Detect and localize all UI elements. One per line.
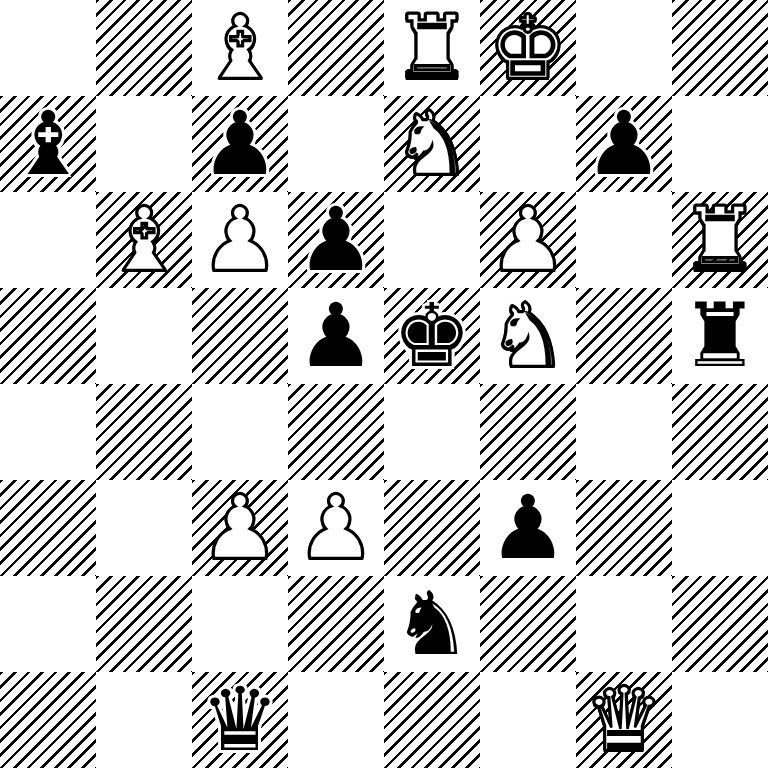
square-a4[interactable]	[0, 384, 96, 480]
square-g5[interactable]	[576, 288, 672, 384]
square-h8[interactable]	[672, 0, 768, 96]
square-a2[interactable]	[0, 576, 96, 672]
square-a7[interactable]: ♝	[0, 96, 96, 192]
white-knight-icon[interactable]: ♞	[393, 96, 472, 192]
square-d3[interactable]: ♟	[288, 480, 384, 576]
black-pawn-icon[interactable]: ♟	[585, 96, 664, 192]
square-e2[interactable]: ♞	[384, 576, 480, 672]
square-f2[interactable]	[480, 576, 576, 672]
square-e6[interactable]	[384, 192, 480, 288]
black-bishop-icon[interactable]: ♝	[9, 96, 88, 192]
square-e8[interactable]: ♜	[384, 0, 480, 96]
square-h5[interactable]: ♜	[672, 288, 768, 384]
square-f7[interactable]	[480, 96, 576, 192]
square-c8[interactable]: ♝	[192, 0, 288, 96]
square-h3[interactable]	[672, 480, 768, 576]
square-h2[interactable]	[672, 576, 768, 672]
black-pawn-icon[interactable]: ♟	[201, 96, 280, 192]
square-b6[interactable]: ♝	[96, 192, 192, 288]
square-d7[interactable]	[288, 96, 384, 192]
white-bishop-icon[interactable]: ♝	[201, 0, 280, 96]
square-g8[interactable]	[576, 0, 672, 96]
black-queen-icon[interactable]: ♛	[201, 672, 280, 768]
square-d2[interactable]	[288, 576, 384, 672]
square-a5[interactable]	[0, 288, 96, 384]
square-f4[interactable]	[480, 384, 576, 480]
square-c5[interactable]	[192, 288, 288, 384]
square-g7[interactable]: ♟	[576, 96, 672, 192]
square-a1[interactable]	[0, 672, 96, 768]
square-h1[interactable]	[672, 672, 768, 768]
square-e7[interactable]: ♞	[384, 96, 480, 192]
square-d6[interactable]: ♟	[288, 192, 384, 288]
square-h7[interactable]	[672, 96, 768, 192]
square-g1[interactable]: ♛	[576, 672, 672, 768]
square-d5[interactable]: ♟	[288, 288, 384, 384]
square-b1[interactable]	[96, 672, 192, 768]
square-g6[interactable]	[576, 192, 672, 288]
square-d1[interactable]	[288, 672, 384, 768]
white-pawn-icon[interactable]: ♟	[297, 480, 376, 576]
square-h6[interactable]: ♜	[672, 192, 768, 288]
black-king-icon[interactable]: ♚	[393, 288, 472, 384]
square-b4[interactable]	[96, 384, 192, 480]
square-c1[interactable]: ♛	[192, 672, 288, 768]
square-g2[interactable]	[576, 576, 672, 672]
square-c3[interactable]: ♟	[192, 480, 288, 576]
square-c7[interactable]: ♟	[192, 96, 288, 192]
square-b5[interactable]	[96, 288, 192, 384]
square-b7[interactable]	[96, 96, 192, 192]
square-f6[interactable]: ♟	[480, 192, 576, 288]
black-pawn-icon[interactable]: ♟	[489, 480, 568, 576]
square-d4[interactable]	[288, 384, 384, 480]
square-g4[interactable]	[576, 384, 672, 480]
black-pawn-icon[interactable]: ♟	[297, 192, 376, 288]
square-a8[interactable]	[0, 0, 96, 96]
white-pawn-icon[interactable]: ♟	[489, 192, 568, 288]
chess-board: ♝♜♚♝♟♞♟♝♟♟♟♜♟♚♞♜♟♟♟♞♛♛	[0, 0, 768, 768]
white-bishop-icon[interactable]: ♝	[105, 192, 184, 288]
white-pawn-icon[interactable]: ♟	[201, 192, 280, 288]
square-e5[interactable]: ♚	[384, 288, 480, 384]
square-e3[interactable]	[384, 480, 480, 576]
white-queen-icon[interactable]: ♛	[585, 672, 664, 768]
square-h4[interactable]	[672, 384, 768, 480]
square-c4[interactable]	[192, 384, 288, 480]
square-f8[interactable]: ♚	[480, 0, 576, 96]
white-rook-icon[interactable]: ♜	[393, 0, 472, 96]
white-knight-icon[interactable]: ♞	[489, 288, 568, 384]
square-c6[interactable]: ♟	[192, 192, 288, 288]
square-e1[interactable]	[384, 672, 480, 768]
white-king-icon[interactable]: ♚	[489, 0, 568, 96]
square-g3[interactable]	[576, 480, 672, 576]
square-f1[interactable]	[480, 672, 576, 768]
square-a3[interactable]	[0, 480, 96, 576]
square-a6[interactable]	[0, 192, 96, 288]
square-b3[interactable]	[96, 480, 192, 576]
square-f5[interactable]: ♞	[480, 288, 576, 384]
square-c2[interactable]	[192, 576, 288, 672]
square-f3[interactable]: ♟	[480, 480, 576, 576]
square-e4[interactable]	[384, 384, 480, 480]
white-rook-icon[interactable]: ♜	[681, 192, 760, 288]
square-b2[interactable]	[96, 576, 192, 672]
square-b8[interactable]	[96, 0, 192, 96]
black-rook-icon[interactable]: ♜	[681, 288, 760, 384]
white-pawn-icon[interactable]: ♟	[201, 480, 280, 576]
black-knight-icon[interactable]: ♞	[393, 576, 472, 672]
black-pawn-icon[interactable]: ♟	[297, 288, 376, 384]
square-d8[interactable]	[288, 0, 384, 96]
